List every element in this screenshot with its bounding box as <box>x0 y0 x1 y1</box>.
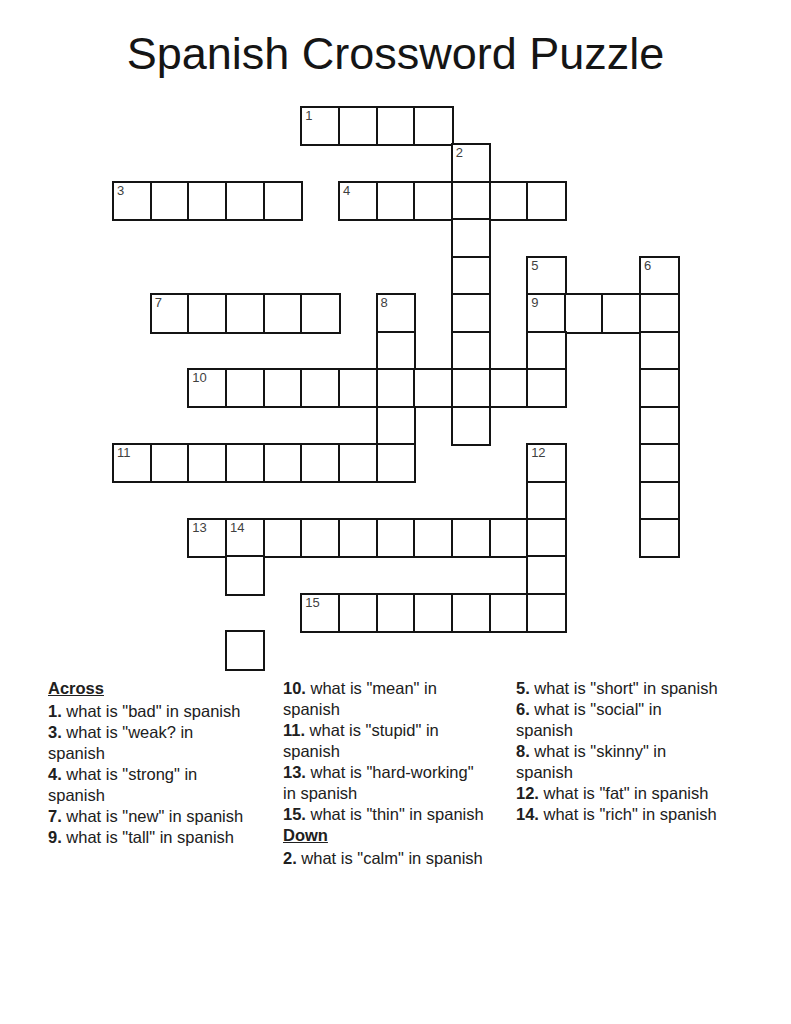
clue-number-11: 11 <box>117 445 131 460</box>
crossword-grid: 123456789101112131415 <box>112 106 682 672</box>
clue-across-7: 7. what is "new" in spanish <box>48 806 253 827</box>
cell-r7-c5[interactable] <box>300 368 340 408</box>
cell-r8-c9[interactable] <box>451 406 491 446</box>
clue-across-7-number: 7. <box>48 807 62 825</box>
cell-r9-c3[interactable] <box>225 443 265 483</box>
cell-r5-c12[interactable] <box>564 293 604 333</box>
clue-column-1: Across1. what is "bad" in spanish3. what… <box>48 678 253 848</box>
cell-r11-c9[interactable] <box>451 518 491 558</box>
clue-number-12: 12 <box>531 445 545 460</box>
cell-r0-c7[interactable] <box>376 106 416 146</box>
cell-r5-c9[interactable] <box>451 293 491 333</box>
clue-down-8-number: 8. <box>516 742 530 760</box>
cell-r10-c11[interactable] <box>526 481 566 521</box>
clue-down-14: 14. what is "rich" in spanish <box>516 804 721 825</box>
clue-column-2: 10. what is "mean" in spanish11. what is… <box>283 678 488 869</box>
cell-r2-c6[interactable]: 4 <box>338 181 378 221</box>
cell-r2-c8[interactable] <box>413 181 453 221</box>
clue-column-3: 5. what is "short" in spanish6. what is … <box>516 678 721 825</box>
cell-r6-c11[interactable] <box>526 331 566 371</box>
cell-r5-c4[interactable] <box>263 293 303 333</box>
clue-down-5: 5. what is "short" in spanish <box>516 678 721 699</box>
clue-across-10-number: 10. <box>283 679 306 697</box>
clue-across-13: 13. what is "hard-working" in spanish <box>283 762 488 804</box>
cell-r11-c4[interactable] <box>263 518 303 558</box>
cell-r7-c10[interactable] <box>489 368 529 408</box>
cell-r0-c8[interactable] <box>413 106 453 146</box>
cell-r5-c14[interactable] <box>639 293 679 333</box>
cell-r9-c1[interactable] <box>150 443 190 483</box>
cell-r9-c14[interactable] <box>639 443 679 483</box>
clue-number-1: 1 <box>305 108 312 123</box>
cell-r9-c7[interactable] <box>376 443 416 483</box>
cell-r10-c14[interactable] <box>639 481 679 521</box>
clue-number-6: 6 <box>644 258 651 273</box>
cell-r13-c10[interactable] <box>489 593 529 633</box>
cell-r3-c9[interactable] <box>451 218 491 258</box>
clue-number-10: 10 <box>192 370 206 385</box>
cell-r7-c11[interactable] <box>526 368 566 408</box>
clue-down-12: 12. what is "fat" in spanish <box>516 783 721 804</box>
clue-across-15: 15. what is "thin" in spanish <box>283 804 488 825</box>
clue-across-13-number: 13. <box>283 763 306 781</box>
cell-r7-c2[interactable]: 10 <box>187 368 227 408</box>
clue-across-9-number: 9. <box>48 828 62 846</box>
clue-down-12-number: 12. <box>516 784 539 802</box>
cell-r14-c3[interactable] <box>225 630 265 670</box>
clue-number-8: 8 <box>381 295 388 310</box>
cell-r7-c14[interactable] <box>639 368 679 408</box>
clue-across-1: 1. what is "bad" in spanish <box>48 701 253 722</box>
clue-across-4-number: 4. <box>48 765 62 783</box>
cell-r9-c0[interactable]: 11 <box>112 443 152 483</box>
clue-down-5-number: 5. <box>516 679 530 697</box>
cell-r8-c7[interactable] <box>376 406 416 446</box>
cell-r2-c4[interactable] <box>263 181 303 221</box>
cell-r9-c11[interactable]: 12 <box>526 443 566 483</box>
cell-r7-c9[interactable] <box>451 368 491 408</box>
clue-number-4: 4 <box>343 183 350 198</box>
cell-r5-c1[interactable]: 7 <box>150 293 190 333</box>
clue-number-2: 2 <box>456 145 463 160</box>
clue-down-8: 8. what is "skinny" in spanish <box>516 741 721 783</box>
clue-number-5: 5 <box>531 258 538 273</box>
cell-r11-c7[interactable] <box>376 518 416 558</box>
clue-down-6-number: 6. <box>516 700 530 718</box>
down-heading: Down <box>283 825 488 846</box>
cell-r2-c1[interactable] <box>150 181 190 221</box>
cell-r13-c11[interactable] <box>526 593 566 633</box>
cell-r11-c2[interactable]: 13 <box>187 518 227 558</box>
cell-r11-c3[interactable]: 14 <box>225 518 265 558</box>
cell-r0-c5[interactable]: 1 <box>300 106 340 146</box>
cell-r9-c5[interactable] <box>300 443 340 483</box>
cell-r2-c0[interactable]: 3 <box>112 181 152 221</box>
clue-number-9: 9 <box>531 295 538 310</box>
cell-r4-c11[interactable]: 5 <box>526 256 566 296</box>
cell-r4-c14[interactable]: 6 <box>639 256 679 296</box>
cell-r4-c9[interactable] <box>451 256 491 296</box>
clue-across-3-number: 3. <box>48 723 62 741</box>
cell-r7-c7[interactable] <box>376 368 416 408</box>
cell-r9-c6[interactable] <box>338 443 378 483</box>
cell-r7-c4[interactable] <box>263 368 303 408</box>
clue-down-14-number: 14. <box>516 805 539 823</box>
across-heading: Across <box>48 678 253 699</box>
cell-r6-c9[interactable] <box>451 331 491 371</box>
cell-r2-c11[interactable] <box>526 181 566 221</box>
cell-r8-c14[interactable] <box>639 406 679 446</box>
cell-r13-c9[interactable] <box>451 593 491 633</box>
cell-r9-c4[interactable] <box>263 443 303 483</box>
cell-r12-c3[interactable] <box>225 555 265 595</box>
clue-number-3: 3 <box>117 183 124 198</box>
page-title: Spanish Crossword Puzzle <box>0 28 791 80</box>
clue-across-15-number: 15. <box>283 805 306 823</box>
clue-number-13: 13 <box>192 520 206 535</box>
clue-down-6: 6. what is "social" in spanish <box>516 699 721 741</box>
cell-r5-c5[interactable] <box>300 293 340 333</box>
clue-across-1-number: 1. <box>48 702 62 720</box>
cell-r5-c2[interactable] <box>187 293 227 333</box>
cell-r13-c8[interactable] <box>413 593 453 633</box>
cell-r7-c6[interactable] <box>338 368 378 408</box>
cell-r2-c3[interactable] <box>225 181 265 221</box>
page: Spanish Crossword Puzzle 123456789101112… <box>0 0 791 1024</box>
cell-r12-c11[interactable] <box>526 555 566 595</box>
cell-r5-c7[interactable]: 8 <box>376 293 416 333</box>
cell-r5-c13[interactable] <box>601 293 641 333</box>
cell-r11-c5[interactable] <box>300 518 340 558</box>
clue-down-2: 2. what is "calm" in spanish <box>283 848 488 869</box>
clue-across-3: 3. what is "weak? in spanish <box>48 722 253 764</box>
cell-r11-c10[interactable] <box>489 518 529 558</box>
cell-r11-c8[interactable] <box>413 518 453 558</box>
cell-r2-c9[interactable] <box>451 181 491 221</box>
cell-r2-c7[interactable] <box>376 181 416 221</box>
cell-r11-c11[interactable] <box>526 518 566 558</box>
cell-r2-c10[interactable] <box>489 181 529 221</box>
cell-r7-c8[interactable] <box>413 368 453 408</box>
cell-r5-c11[interactable]: 9 <box>526 293 566 333</box>
cell-r1-c9[interactable]: 2 <box>451 143 491 183</box>
cell-r11-c14[interactable] <box>639 518 679 558</box>
clue-across-11: 11. what is "stupid" in spanish <box>283 720 488 762</box>
clue-across-4: 4. what is "strong" in spanish <box>48 764 253 806</box>
clue-down-2-number: 2. <box>283 849 297 867</box>
cell-r7-c3[interactable] <box>225 368 265 408</box>
clue-across-11-number: 11. <box>283 721 305 739</box>
clue-across-9: 9. what is "tall" in spanish <box>48 827 253 848</box>
cell-r13-c7[interactable] <box>376 593 416 633</box>
cell-r2-c2[interactable] <box>187 181 227 221</box>
clue-across-10: 10. what is "mean" in spanish <box>283 678 488 720</box>
clue-number-14: 14 <box>230 520 244 535</box>
clue-number-7: 7 <box>155 295 162 310</box>
clue-number-15: 15 <box>305 595 319 610</box>
cell-r11-c6[interactable] <box>338 518 378 558</box>
cell-r0-c6[interactable] <box>338 106 378 146</box>
cell-r13-c5[interactable]: 15 <box>300 593 340 633</box>
cell-r6-c14[interactable] <box>639 331 679 371</box>
cell-r9-c2[interactable] <box>187 443 227 483</box>
cell-r6-c7[interactable] <box>376 331 416 371</box>
cell-r13-c6[interactable] <box>338 593 378 633</box>
cell-r5-c3[interactable] <box>225 293 265 333</box>
